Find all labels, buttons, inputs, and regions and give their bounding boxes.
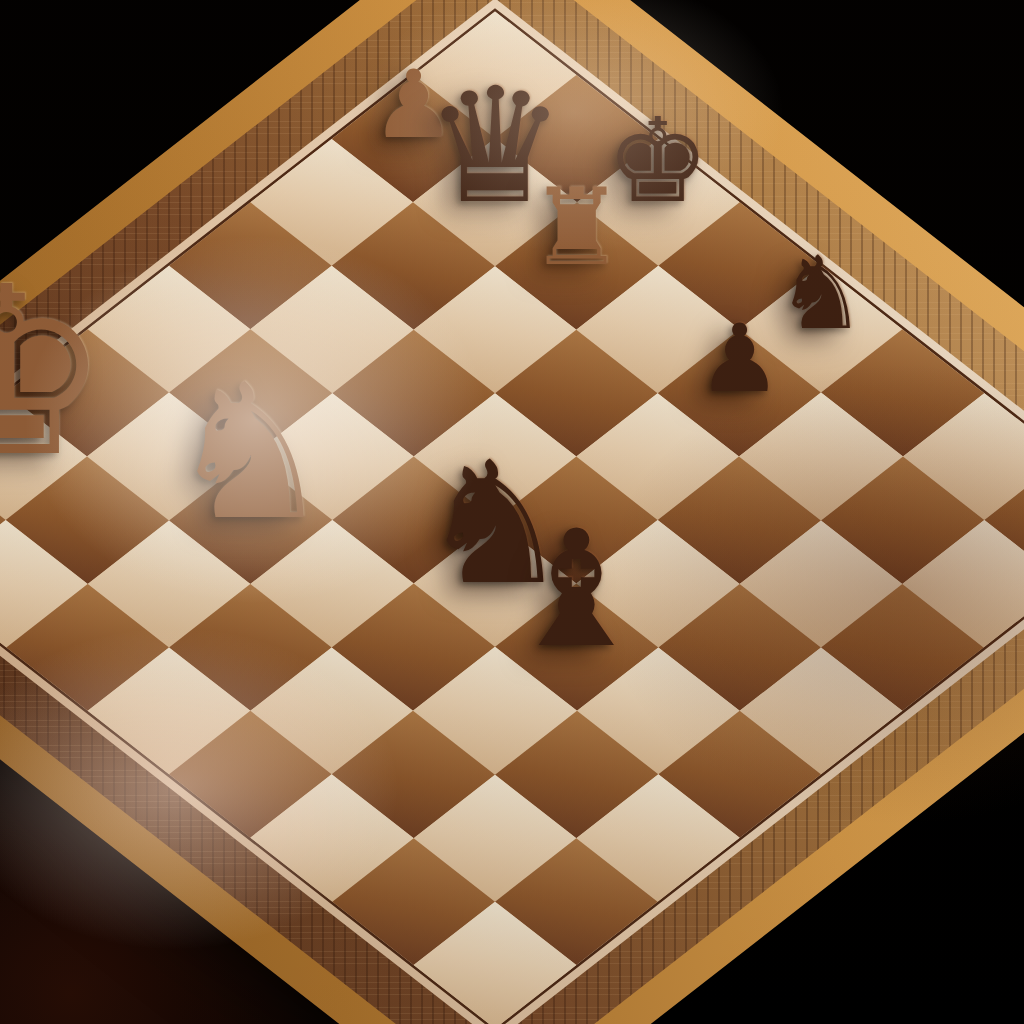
scene: ♚♞♟♛♜♟♞♝♞♚ xyxy=(0,0,1024,1024)
bishop-glyph: ♝ xyxy=(504,509,648,670)
pawn-glyph: ♟ xyxy=(697,312,781,406)
board-frame: ♚♞♟♛♜♟♞♝♞♚ xyxy=(0,0,1024,1024)
table-edge: ♚♞♟♛♜♟♞♝♞♚ xyxy=(0,0,1024,1024)
rook-glyph: ♜ xyxy=(529,175,624,281)
king-glyph: ♚ xyxy=(0,256,110,489)
board-grid: ♚♞♟♛♜♟♞♝♞♚ xyxy=(0,8,1024,1024)
board-inner-trim: ♚♞♟♛♜♟♞♝♞♚ xyxy=(0,0,1024,1024)
square-a2[interactable]: ♚ xyxy=(0,393,88,520)
knight-glyph: ♞ xyxy=(776,242,867,343)
knight-glyph: ♞ xyxy=(167,360,334,546)
